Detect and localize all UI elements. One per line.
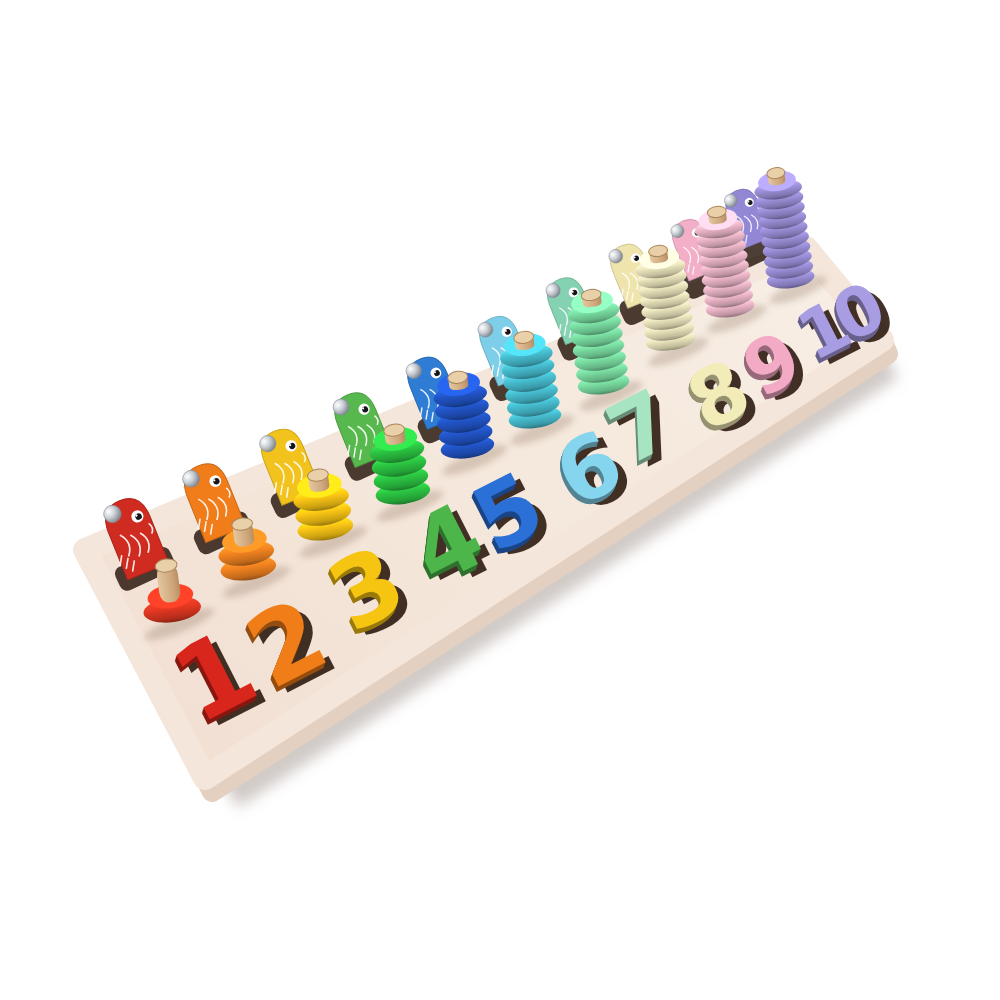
ring-stack-1[interactable] <box>133 533 202 626</box>
ring-stack-2[interactable] <box>210 491 277 584</box>
product-photo-scene: 11 22 <box>0 0 1000 1000</box>
